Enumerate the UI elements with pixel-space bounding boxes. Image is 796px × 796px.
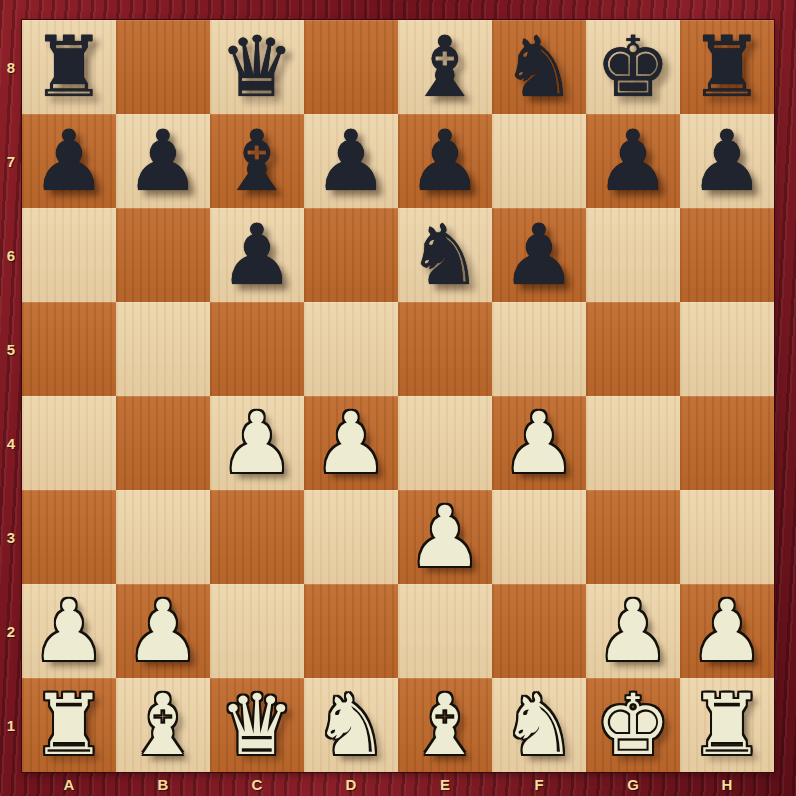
file-label-E: E xyxy=(440,776,450,793)
square-e5[interactable] xyxy=(398,302,492,396)
square-b2[interactable]: ♟ xyxy=(116,584,210,678)
square-b3[interactable] xyxy=(116,490,210,584)
square-g6[interactable] xyxy=(586,208,680,302)
piece-white-pawn-g2[interactable]: ♟ xyxy=(595,589,670,673)
piece-white-pawn-b2[interactable]: ♟ xyxy=(125,589,200,673)
piece-white-pawn-c4[interactable]: ♟ xyxy=(219,401,294,485)
square-e2[interactable] xyxy=(398,584,492,678)
square-h7[interactable]: ♟ xyxy=(680,114,774,208)
piece-white-bishop-b1[interactable]: ♝ xyxy=(125,683,200,767)
piece-black-knight-f8[interactable]: ♞ xyxy=(501,25,576,109)
rank-label-8: 8 xyxy=(7,59,15,76)
square-h5[interactable] xyxy=(680,302,774,396)
piece-black-queen-c8[interactable]: ♛ xyxy=(219,25,294,109)
piece-white-rook-h1[interactable]: ♜ xyxy=(689,683,764,767)
piece-white-pawn-a2[interactable]: ♟ xyxy=(31,589,106,673)
square-h4[interactable] xyxy=(680,396,774,490)
square-d2[interactable] xyxy=(304,584,398,678)
square-h2[interactable]: ♟ xyxy=(680,584,774,678)
file-label-F: F xyxy=(534,776,543,793)
square-b8[interactable] xyxy=(116,20,210,114)
square-e1[interactable]: ♝ xyxy=(398,678,492,772)
square-e6[interactable]: ♞ xyxy=(398,208,492,302)
square-g1[interactable]: ♚ xyxy=(586,678,680,772)
file-label-G: G xyxy=(627,776,639,793)
square-g7[interactable]: ♟ xyxy=(586,114,680,208)
square-h8[interactable]: ♜ xyxy=(680,20,774,114)
square-f1[interactable]: ♞ xyxy=(492,678,586,772)
piece-black-pawn-f6[interactable]: ♟ xyxy=(501,213,576,297)
piece-white-pawn-f4[interactable]: ♟ xyxy=(501,401,576,485)
square-b1[interactable]: ♝ xyxy=(116,678,210,772)
square-d6[interactable] xyxy=(304,208,398,302)
piece-black-bishop-c7[interactable]: ♝ xyxy=(219,119,294,203)
rank-label-1: 1 xyxy=(7,717,15,734)
square-a4[interactable] xyxy=(22,396,116,490)
piece-black-rook-a8[interactable]: ♜ xyxy=(31,25,106,109)
square-d8[interactable] xyxy=(304,20,398,114)
square-c4[interactable]: ♟ xyxy=(210,396,304,490)
piece-black-pawn-h7[interactable]: ♟ xyxy=(689,119,764,203)
piece-white-pawn-h2[interactable]: ♟ xyxy=(689,589,764,673)
rank-label-5: 5 xyxy=(7,341,15,358)
piece-black-bishop-e8[interactable]: ♝ xyxy=(407,25,482,109)
file-label-B: B xyxy=(158,776,169,793)
square-b5[interactable] xyxy=(116,302,210,396)
square-d1[interactable]: ♞ xyxy=(304,678,398,772)
square-c5[interactable] xyxy=(210,302,304,396)
file-label-H: H xyxy=(722,776,733,793)
square-h3[interactable] xyxy=(680,490,774,584)
square-b4[interactable] xyxy=(116,396,210,490)
board-frame: ♜♛♝♞♚♜♟♟♝♟♟♟♟♟♞♟♟♟♟♟♟♟♟♟♜♝♛♞♝♞♚♜ 8765432… xyxy=(0,0,796,796)
piece-white-queen-c1[interactable]: ♛ xyxy=(219,683,294,767)
square-c7[interactable]: ♝ xyxy=(210,114,304,208)
square-c8[interactable]: ♛ xyxy=(210,20,304,114)
square-g5[interactable] xyxy=(586,302,680,396)
square-g3[interactable] xyxy=(586,490,680,584)
square-a1[interactable]: ♜ xyxy=(22,678,116,772)
piece-black-pawn-e7[interactable]: ♟ xyxy=(407,119,482,203)
piece-white-knight-d1[interactable]: ♞ xyxy=(313,683,388,767)
square-c3[interactable] xyxy=(210,490,304,584)
piece-black-pawn-d7[interactable]: ♟ xyxy=(313,119,388,203)
square-f7[interactable] xyxy=(492,114,586,208)
piece-black-king-g8[interactable]: ♚ xyxy=(595,25,670,109)
rank-label-2: 2 xyxy=(7,623,15,640)
rank-label-6: 6 xyxy=(7,247,15,264)
piece-white-pawn-d4[interactable]: ♟ xyxy=(313,401,388,485)
square-f4[interactable]: ♟ xyxy=(492,396,586,490)
file-label-D: D xyxy=(346,776,357,793)
square-d3[interactable] xyxy=(304,490,398,584)
square-f3[interactable] xyxy=(492,490,586,584)
rank-label-7: 7 xyxy=(7,153,15,170)
square-d7[interactable]: ♟ xyxy=(304,114,398,208)
file-label-C: C xyxy=(252,776,263,793)
rank-label-4: 4 xyxy=(7,435,15,452)
square-f5[interactable] xyxy=(492,302,586,396)
square-b6[interactable] xyxy=(116,208,210,302)
square-f2[interactable] xyxy=(492,584,586,678)
file-label-A: A xyxy=(64,776,75,793)
square-e8[interactable]: ♝ xyxy=(398,20,492,114)
square-c1[interactable]: ♛ xyxy=(210,678,304,772)
piece-black-rook-h8[interactable]: ♜ xyxy=(689,25,764,109)
piece-white-bishop-e1[interactable]: ♝ xyxy=(407,683,482,767)
square-d5[interactable] xyxy=(304,302,398,396)
square-g2[interactable]: ♟ xyxy=(586,584,680,678)
square-e3[interactable]: ♟ xyxy=(398,490,492,584)
square-a2[interactable]: ♟ xyxy=(22,584,116,678)
piece-white-king-g1[interactable]: ♚ xyxy=(595,683,670,767)
square-b7[interactable]: ♟ xyxy=(116,114,210,208)
square-a5[interactable] xyxy=(22,302,116,396)
square-a7[interactable]: ♟ xyxy=(22,114,116,208)
square-f6[interactable]: ♟ xyxy=(492,208,586,302)
square-c6[interactable]: ♟ xyxy=(210,208,304,302)
square-a3[interactable] xyxy=(22,490,116,584)
square-e4[interactable] xyxy=(398,396,492,490)
square-g8[interactable]: ♚ xyxy=(586,20,680,114)
square-g4[interactable] xyxy=(586,396,680,490)
piece-white-knight-f1[interactable]: ♞ xyxy=(501,683,576,767)
piece-black-pawn-a7[interactable]: ♟ xyxy=(31,119,106,203)
square-f8[interactable]: ♞ xyxy=(492,20,586,114)
piece-black-knight-e6[interactable]: ♞ xyxy=(407,213,482,297)
square-d4[interactable]: ♟ xyxy=(304,396,398,490)
square-h1[interactable]: ♜ xyxy=(680,678,774,772)
rank-label-3: 3 xyxy=(7,529,15,546)
piece-black-pawn-c6[interactable]: ♟ xyxy=(219,213,294,297)
piece-black-pawn-b7[interactable]: ♟ xyxy=(125,119,200,203)
piece-white-pawn-e3[interactable]: ♟ xyxy=(407,495,482,579)
chess-board: ♜♛♝♞♚♜♟♟♝♟♟♟♟♟♞♟♟♟♟♟♟♟♟♟♜♝♛♞♝♞♚♜ xyxy=(22,20,774,772)
piece-black-pawn-g7[interactable]: ♟ xyxy=(595,119,670,203)
square-e7[interactable]: ♟ xyxy=(398,114,492,208)
square-h6[interactable] xyxy=(680,208,774,302)
square-a8[interactable]: ♜ xyxy=(22,20,116,114)
square-a6[interactable] xyxy=(22,208,116,302)
square-c2[interactable] xyxy=(210,584,304,678)
piece-white-rook-a1[interactable]: ♜ xyxy=(31,683,106,767)
